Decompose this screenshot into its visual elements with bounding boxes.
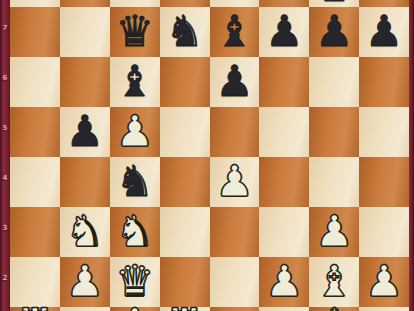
square-a6[interactable] [10,57,60,107]
square-c4[interactable]: ♞ [110,157,160,207]
square-a4[interactable] [10,157,60,207]
square-f3[interactable] [259,207,309,257]
piece-white-pawn-c5[interactable]: ♟ [115,106,154,156]
rank-label-2: 2 [0,272,10,284]
square-b2[interactable]: ♟ [60,257,110,307]
square-b7[interactable] [60,7,110,57]
board-grid: ♚♛♞♝♟♟♟♝♟♟♟♞♟♞♞♟♟♛♟♝♟♜♝♜♚ [10,0,409,311]
square-b8[interactable] [60,0,110,7]
square-a5[interactable] [10,107,60,157]
rank-label-5: 5 [0,122,10,134]
square-h6[interactable] [359,57,409,107]
piece-white-pawn-h2[interactable]: ♟ [365,256,404,306]
square-h7[interactable]: ♟ [359,7,409,57]
square-e7[interactable]: ♝ [210,7,260,57]
piece-white-pawn-g3[interactable]: ♟ [315,206,354,256]
piece-black-queen-c7[interactable]: ♛ [115,6,154,56]
square-a1[interactable]: ♜ [10,307,60,311]
square-f1[interactable] [259,307,309,311]
square-e4[interactable]: ♟ [210,157,260,207]
square-c5[interactable]: ♟ [110,107,160,157]
square-c1[interactable]: ♝ [110,307,160,311]
piece-white-pawn-f2[interactable]: ♟ [265,256,304,306]
piece-black-pawn-h7[interactable]: ♟ [365,6,404,56]
square-d5[interactable] [160,107,210,157]
piece-white-pawn-e4[interactable]: ♟ [215,156,254,206]
square-g6[interactable] [309,57,359,107]
chess-board-screenshot: 765432 ♚♛♞♝♟♟♟♝♟♟♟♞♟♞♞♟♟♛♟♝♟♜♝♜♚ [0,0,414,311]
square-f2[interactable]: ♟ [259,257,309,307]
piece-black-bishop-e7[interactable]: ♝ [215,6,254,56]
square-c6[interactable]: ♝ [110,57,160,107]
square-h2[interactable]: ♟ [359,257,409,307]
square-c7[interactable]: ♛ [110,7,160,57]
square-h1[interactable] [359,307,409,311]
piece-white-bishop-c1[interactable]: ♝ [115,299,154,311]
square-g5[interactable] [309,107,359,157]
square-d4[interactable] [160,157,210,207]
piece-white-pawn-b2[interactable]: ♟ [66,256,105,306]
rank-label-6: 6 [0,72,10,84]
piece-white-knight-b3[interactable]: ♞ [66,206,105,256]
square-e3[interactable] [210,207,260,257]
piece-black-knight-c4[interactable]: ♞ [115,156,154,206]
square-h4[interactable] [359,157,409,207]
square-h3[interactable] [359,207,409,257]
square-d1[interactable]: ♜ [160,307,210,311]
square-h5[interactable] [359,107,409,157]
square-f4[interactable] [259,157,309,207]
piece-black-pawn-e6[interactable]: ♟ [215,56,254,106]
chess-board: ♚♛♞♝♟♟♟♝♟♟♟♞♟♞♞♟♟♛♟♝♟♜♝♜♚ [10,0,409,311]
piece-white-king-g1[interactable]: ♚ [315,299,354,311]
square-d3[interactable] [160,207,210,257]
square-d7[interactable]: ♞ [160,7,210,57]
square-e5[interactable] [210,107,260,157]
square-g3[interactable]: ♟ [309,207,359,257]
piece-black-pawn-g7[interactable]: ♟ [315,6,354,56]
rank-label-3: 3 [0,222,10,234]
square-f6[interactable] [259,57,309,107]
square-b1[interactable] [60,307,110,311]
square-g4[interactable] [309,157,359,207]
piece-white-knight-c3[interactable]: ♞ [115,206,154,256]
square-b5[interactable]: ♟ [60,107,110,157]
board-frame-left: 765432 [0,0,10,311]
piece-white-rook-a1[interactable]: ♜ [16,299,55,311]
piece-black-knight-d7[interactable]: ♞ [165,6,204,56]
square-a8[interactable] [10,0,60,7]
piece-black-bishop-c6[interactable]: ♝ [115,56,154,106]
square-e2[interactable] [210,257,260,307]
square-e6[interactable]: ♟ [210,57,260,107]
square-g1[interactable]: ♚ [309,307,359,311]
square-f7[interactable]: ♟ [259,7,309,57]
piece-white-rook-d1[interactable]: ♜ [165,299,204,311]
square-e1[interactable] [210,307,260,311]
square-b4[interactable] [60,157,110,207]
square-a3[interactable] [10,207,60,257]
square-f5[interactable] [259,107,309,157]
square-d6[interactable] [160,57,210,107]
rank-label-4: 4 [0,172,10,184]
rank-label-7: 7 [0,22,10,34]
square-b3[interactable]: ♞ [60,207,110,257]
square-b6[interactable] [60,57,110,107]
piece-black-pawn-b5[interactable]: ♟ [66,106,105,156]
board-frame-right [409,0,414,311]
square-g7[interactable]: ♟ [309,7,359,57]
piece-black-pawn-f7[interactable]: ♟ [265,6,304,56]
square-a7[interactable] [10,7,60,57]
square-c3[interactable]: ♞ [110,207,160,257]
